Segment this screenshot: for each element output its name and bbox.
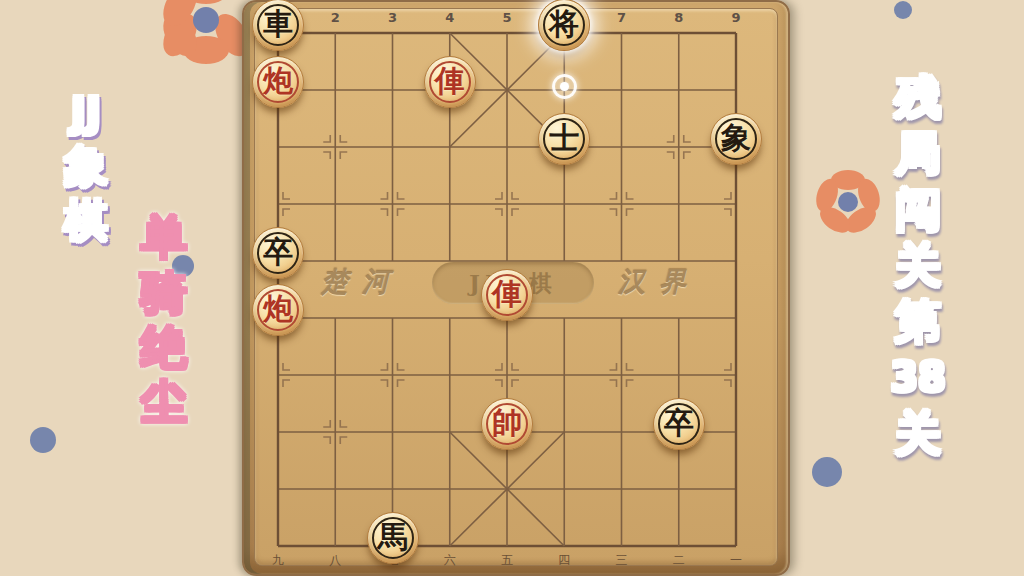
- piece-red-炮[interactable]: 炮: [252, 56, 304, 108]
- puzzle-name-char: 单: [141, 210, 187, 265]
- puzzle-name-char: 绝: [141, 320, 187, 375]
- file-label-top: 3: [382, 10, 404, 25]
- file-label-top: 2: [324, 10, 346, 25]
- flower-icon: [812, 170, 883, 238]
- file-label-top: 4: [439, 10, 461, 25]
- stage-title-char: 第: [895, 293, 941, 349]
- stage-title-char: 关: [895, 405, 941, 461]
- piece-glyph: 車: [263, 9, 293, 39]
- app-title-char: 象: [64, 139, 108, 193]
- move-hint-dot[interactable]: [552, 74, 577, 99]
- piece-glyph: 将: [549, 9, 579, 39]
- stage-title-char: 局: [895, 125, 941, 181]
- file-label-bottom: 三: [611, 552, 633, 569]
- piece-black-卒[interactable]: 卒: [252, 227, 304, 279]
- app-title-char: 棋: [64, 193, 108, 247]
- app-title-char: JJ: [71, 85, 101, 139]
- piece-glyph: 卒: [664, 408, 694, 438]
- river-label-right: 汉界: [594, 264, 724, 300]
- screen: JJ象棋 楚河 汉界 123456789 九八七六五四三二一 車将炮俥士象卒炮俥…: [0, 0, 1024, 576]
- piece-glyph: 帥: [492, 408, 522, 438]
- piece-black-象[interactable]: 象: [710, 113, 762, 165]
- file-label-top: 8: [668, 10, 690, 25]
- blue-dot-icon: [30, 427, 56, 453]
- piece-glyph: 俥: [435, 66, 465, 96]
- file-label-bottom: 八: [324, 552, 346, 569]
- file-label-bottom: 六: [439, 552, 461, 569]
- piece-glyph: 卒: [263, 237, 293, 267]
- piece-black-馬[interactable]: 馬: [367, 512, 419, 564]
- file-label-top: 5: [496, 10, 518, 25]
- flower-icon: [156, 0, 255, 64]
- file-label-top: 7: [611, 10, 633, 25]
- piece-black-車[interactable]: 車: [252, 0, 304, 51]
- river-label-left: 楚河: [297, 264, 427, 300]
- piece-glyph: 士: [549, 123, 579, 153]
- file-label-bottom: 四: [553, 552, 575, 569]
- puzzle-name-char: 尘: [141, 375, 187, 430]
- blue-dot-icon: [894, 1, 912, 19]
- piece-glyph: 炮: [263, 294, 293, 324]
- app-title: JJ 象 棋: [55, 85, 117, 247]
- stage-title: 残 局 闯 关 第 38 关: [887, 69, 949, 461]
- stage-title-char: 关: [895, 237, 941, 293]
- puzzle-name: 单 骑 绝 尘: [133, 210, 195, 430]
- file-label-bottom: 五: [496, 552, 518, 569]
- blue-dot-icon: [812, 457, 842, 487]
- piece-red-炮[interactable]: 炮: [252, 284, 304, 336]
- piece-black-士[interactable]: 士: [538, 113, 590, 165]
- piece-glyph: 俥: [492, 279, 522, 309]
- file-label-bottom: 九: [267, 552, 289, 569]
- piece-red-帥[interactable]: 帥: [481, 398, 533, 450]
- piece-glyph: 象: [721, 123, 751, 153]
- file-label-top: 9: [725, 10, 747, 25]
- file-label-bottom: 二: [668, 552, 690, 569]
- stage-title-char: 残: [895, 69, 941, 125]
- stage-title-char: 闯: [895, 181, 941, 237]
- piece-glyph: 炮: [263, 66, 293, 96]
- piece-glyph: 馬: [378, 522, 408, 552]
- file-label-bottom: 一: [725, 552, 747, 569]
- stage-title-char: 38: [890, 349, 946, 405]
- piece-black-卒[interactable]: 卒: [653, 398, 705, 450]
- piece-red-俥[interactable]: 俥: [481, 269, 533, 321]
- puzzle-name-char: 骑: [141, 265, 187, 320]
- piece-red-俥[interactable]: 俥: [424, 56, 476, 108]
